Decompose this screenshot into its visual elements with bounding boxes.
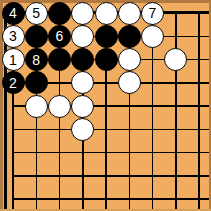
black-stone: 8 [25,48,48,71]
move-number-label: 2 [9,76,17,90]
black-stone [95,48,118,71]
white-stone [95,2,118,25]
move-number-label: 8 [32,53,40,67]
white-stone [25,95,48,118]
white-stone [118,48,141,71]
white-stone [71,95,94,118]
white-stone: 1 [2,48,25,71]
go-board-diagram: 45736182 [0,0,211,211]
black-stone: 4 [2,2,25,25]
move-number-label: 5 [32,6,40,20]
white-stone [71,25,94,48]
white-stone [48,95,71,118]
white-stone [141,25,164,48]
black-stone: 2 [2,71,25,94]
white-stone [71,71,94,94]
move-number-label: 3 [9,29,17,43]
white-stone: 7 [141,2,164,25]
board-grid: 45736182 [1,1,210,210]
white-stone: 5 [25,2,48,25]
white-stone [164,48,187,71]
black-stone [71,48,94,71]
black-stone [118,25,141,48]
black-stone [48,2,71,25]
black-stone [25,71,48,94]
move-number-label: 7 [149,6,157,20]
white-stone [71,2,94,25]
black-stone [48,48,71,71]
white-stone [118,71,141,94]
black-stone: 6 [48,25,71,48]
white-stone: 3 [2,25,25,48]
move-number-label: 4 [9,6,17,20]
move-number-label: 6 [56,29,64,43]
move-number-label: 1 [9,53,17,67]
black-stone [25,25,48,48]
black-stone [95,25,118,48]
white-stone [118,2,141,25]
white-stone [71,118,94,141]
